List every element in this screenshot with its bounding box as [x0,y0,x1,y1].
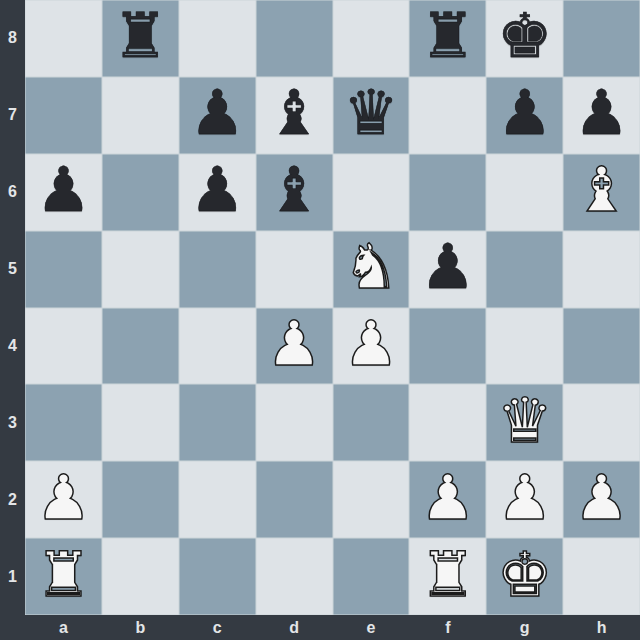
square-f7[interactable] [409,77,486,154]
square-g7[interactable]: ♟ [486,77,563,154]
square-g5[interactable] [486,231,563,308]
file-label-g: g [486,615,563,640]
piece-white-pawn[interactable]: ♟ [266,313,322,375]
piece-black-pawn[interactable]: ♟ [420,236,476,298]
square-e5[interactable]: ♞ [333,231,410,308]
square-a2[interactable]: ♟ [25,461,102,538]
file-label-h: h [563,615,640,640]
piece-white-pawn[interactable]: ♟ [497,467,553,529]
square-h6[interactable]: ♝ [563,154,640,231]
square-e3[interactable] [333,384,410,461]
piece-white-rook[interactable]: ♜ [420,544,476,606]
square-h2[interactable]: ♟ [563,461,640,538]
square-c6[interactable]: ♟ [179,154,256,231]
square-d3[interactable] [256,384,333,461]
square-h8[interactable] [563,0,640,77]
square-g4[interactable] [486,308,563,385]
rank-label-1: 1 [0,538,25,615]
piece-white-pawn[interactable]: ♟ [343,313,399,375]
square-g3[interactable]: ♛ [486,384,563,461]
square-c5[interactable] [179,231,256,308]
square-c2[interactable] [179,461,256,538]
piece-black-bishop[interactable]: ♝ [266,82,322,144]
piece-white-bishop[interactable]: ♝ [574,159,630,221]
piece-black-rook[interactable]: ♜ [420,5,476,67]
square-d2[interactable] [256,461,333,538]
square-a4[interactable] [25,308,102,385]
piece-black-pawn[interactable]: ♟ [189,82,245,144]
file-label-f: f [409,615,486,640]
square-g6[interactable] [486,154,563,231]
square-h4[interactable] [563,308,640,385]
square-d1[interactable] [256,538,333,615]
piece-white-pawn[interactable]: ♟ [574,467,630,529]
square-b1[interactable] [102,538,179,615]
square-e8[interactable] [333,0,410,77]
piece-black-king[interactable]: ♚ [497,5,553,67]
piece-black-pawn[interactable]: ♟ [497,82,553,144]
square-c4[interactable] [179,308,256,385]
rank-label-6: 6 [0,154,25,231]
square-h5[interactable] [563,231,640,308]
square-a1[interactable]: ♜ [25,538,102,615]
file-label-a: a [25,615,102,640]
rank-label-2: 2 [0,461,25,538]
square-c3[interactable] [179,384,256,461]
square-f5[interactable]: ♟ [409,231,486,308]
square-g2[interactable]: ♟ [486,461,563,538]
square-b4[interactable] [102,308,179,385]
square-d4[interactable]: ♟ [256,308,333,385]
square-a7[interactable] [25,77,102,154]
rank-label-8: 8 [0,0,25,77]
piece-black-pawn[interactable]: ♟ [36,159,92,221]
piece-white-pawn[interactable]: ♟ [36,467,92,529]
chess-board-frame: 87654321 ♜♜♚♟♝♛♟♟♟♟♝♝♞♟♟♟♛♟♟♟♟♜♜♚ abcdef… [0,0,640,640]
square-g1[interactable]: ♚ [486,538,563,615]
square-d5[interactable] [256,231,333,308]
square-c1[interactable] [179,538,256,615]
square-c8[interactable] [179,0,256,77]
square-d7[interactable]: ♝ [256,77,333,154]
square-b2[interactable] [102,461,179,538]
piece-white-queen[interactable]: ♛ [497,390,553,452]
square-f6[interactable] [409,154,486,231]
rank-labels: 87654321 [0,0,25,615]
square-d8[interactable] [256,0,333,77]
square-a5[interactable] [25,231,102,308]
square-f4[interactable] [409,308,486,385]
square-f2[interactable]: ♟ [409,461,486,538]
square-b7[interactable] [102,77,179,154]
piece-white-rook[interactable]: ♜ [36,544,92,606]
piece-black-pawn[interactable]: ♟ [574,82,630,144]
piece-white-king[interactable]: ♚ [497,544,553,606]
square-e4[interactable]: ♟ [333,308,410,385]
square-b5[interactable] [102,231,179,308]
square-f1[interactable]: ♜ [409,538,486,615]
coordinate-corner [0,615,25,640]
square-c7[interactable]: ♟ [179,77,256,154]
file-label-e: e [333,615,410,640]
square-d6[interactable]: ♝ [256,154,333,231]
rank-label-5: 5 [0,231,25,308]
square-e7[interactable]: ♛ [333,77,410,154]
file-label-c: c [179,615,256,640]
square-h1[interactable] [563,538,640,615]
piece-black-queen[interactable]: ♛ [343,82,399,144]
square-g8[interactable]: ♚ [486,0,563,77]
square-h7[interactable]: ♟ [563,77,640,154]
square-e2[interactable] [333,461,410,538]
square-e1[interactable] [333,538,410,615]
rank-label-7: 7 [0,77,25,154]
square-a8[interactable] [25,0,102,77]
square-b6[interactable] [102,154,179,231]
square-h3[interactable] [563,384,640,461]
square-b8[interactable]: ♜ [102,0,179,77]
square-e6[interactable] [333,154,410,231]
square-b3[interactable] [102,384,179,461]
piece-black-rook[interactable]: ♜ [113,5,169,67]
file-labels: abcdefgh [25,615,640,640]
file-label-b: b [102,615,179,640]
square-f3[interactable] [409,384,486,461]
piece-black-bishop[interactable]: ♝ [266,159,322,221]
square-a6[interactable]: ♟ [25,154,102,231]
square-f8[interactable]: ♜ [409,0,486,77]
file-label-d: d [256,615,333,640]
piece-white-knight[interactable]: ♞ [343,236,399,298]
rank-label-4: 4 [0,308,25,385]
chess-board: ♜♜♚♟♝♛♟♟♟♟♝♝♞♟♟♟♛♟♟♟♟♜♜♚ [25,0,640,615]
rank-label-3: 3 [0,384,25,461]
piece-white-pawn[interactable]: ♟ [420,467,476,529]
square-a3[interactable] [25,384,102,461]
piece-black-pawn[interactable]: ♟ [189,159,245,221]
